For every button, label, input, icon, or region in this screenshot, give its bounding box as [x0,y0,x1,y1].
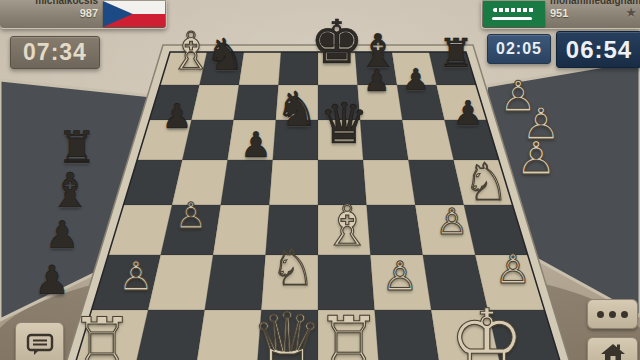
chat-bubble-icon [26,333,54,357]
saudi-arabia-flag-icon [483,1,545,27]
flag-script-detail [493,8,535,12]
square-f2[interactable] [375,310,441,360]
white-queen-d1[interactable]: ♕ [250,302,324,360]
white-king-g1[interactable]: ♔ [449,298,524,360]
white-pawn-g4[interactable]: ♙ [436,204,468,240]
captured-white-pawn: ♙ [515,135,556,181]
black-pawn-a6[interactable]: ♟ [162,99,192,133]
czech-flag-icon [103,1,165,27]
black-pawn-g7[interactable]: ♟ [403,65,430,95]
black-pawn-h6[interactable]: ♟ [453,96,483,130]
chat-button[interactable] [15,322,64,360]
white-pawn-h3[interactable]: ♙ [495,249,531,289]
player-right-text: mohammedalghamdi 951 [546,0,622,28]
captured-black-pawn: ♟ [34,260,70,300]
white-pawn-f3[interactable]: ♙ [382,256,418,296]
player-right-rating: 951 [550,6,618,20]
home-button[interactable] [587,337,638,360]
flag-sword-detail [492,17,532,20]
more-options-button[interactable] [587,299,638,329]
square-f4[interactable] [367,205,423,255]
black-pawn-c6[interactable]: ♟ [240,128,271,163]
square-c5[interactable] [221,160,273,205]
square-d5[interactable] [269,160,318,205]
black-king-e8[interactable]: ♚ [310,12,364,72]
game-stage: ♗♞♚♝♜♟♟♟♟♞♛♟♘♙♗♙♙♘♙♙♖♕♖♔♜♝♟♟♙♙♙ michalko… [0,0,640,360]
dot-icon [621,311,628,318]
captured-black-pawn: ♟ [45,216,79,254]
black-knight-b8[interactable]: ♞ [205,33,244,77]
square-c4[interactable] [213,205,269,255]
black-rook-h8[interactable]: ♜ [438,33,474,73]
white-rook-a1[interactable]: ♖ [70,308,135,360]
square-b7[interactable] [191,85,238,120]
home-icon [600,342,626,360]
player-left-rating: 987 [4,6,98,20]
white-pawn-a3[interactable]: ♙ [118,256,154,296]
player-panel-left: michalkocsis 987 [0,0,167,29]
white-player-clock: 07:34 [10,36,100,69]
captured-black-bishop: ♝ [48,166,91,214]
white-pawn-b4[interactable]: ♙ [175,198,207,234]
star-icon: ★ [622,0,640,28]
dot-icon [597,311,604,318]
white-knight-d3[interactable]: ♘ [271,243,316,293]
dot-icon [609,311,616,318]
black-queen-e6[interactable]: ♛ [319,96,369,152]
square-c7[interactable] [234,85,279,120]
move-timer-clock: 02:05 [487,34,551,64]
player-panel-right: mohammedalghamdi 951 ★ [481,0,640,29]
black-player-clock: 06:54 [556,31,640,68]
white-rook-e1[interactable]: ♖ [316,306,382,360]
white-bishop-e4[interactable]: ♗ [322,198,372,254]
white-knight-h5[interactable]: ♘ [463,156,510,208]
player-left-text: michalkocsis 987 [0,0,102,28]
black-knight-d6[interactable]: ♞ [275,85,318,133]
